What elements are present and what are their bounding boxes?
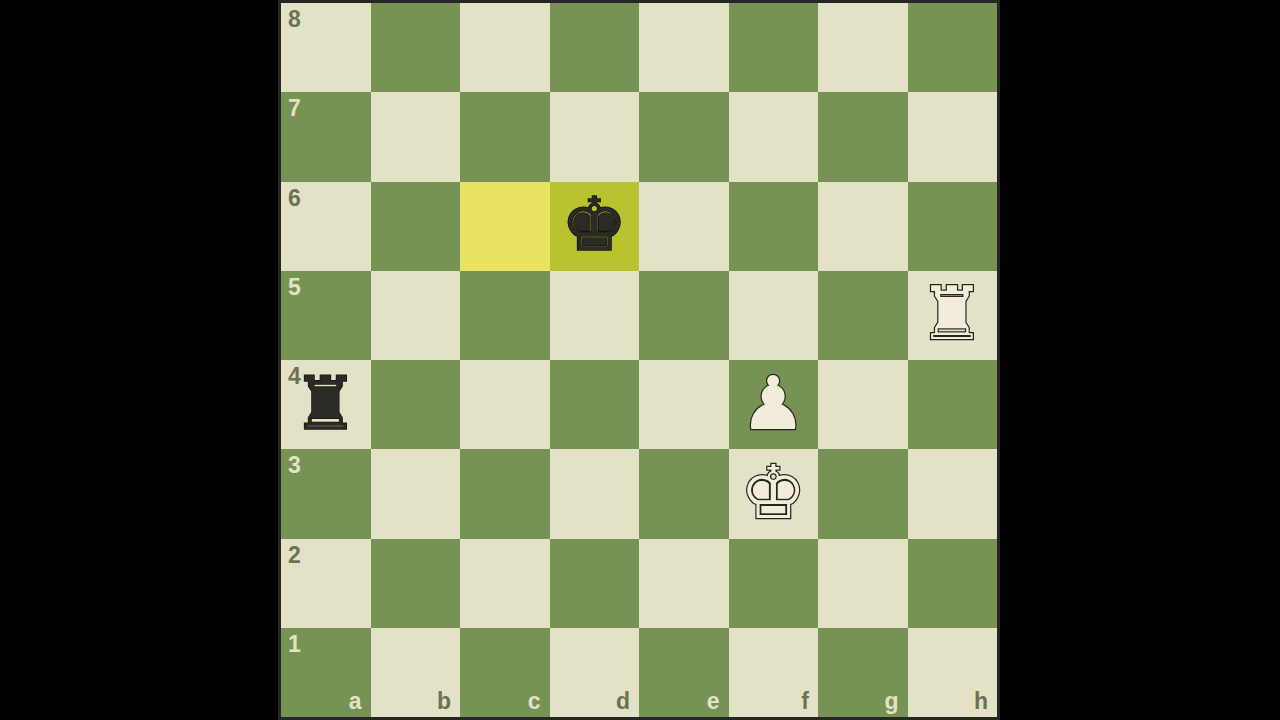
rank-label-6: 6: [288, 187, 301, 210]
square-a2[interactable]: 2: [281, 539, 371, 628]
square-c3[interactable]: [460, 449, 550, 538]
page-background: 876♚5♜4♜♟3♚21abcdefgh: [0, 0, 1280, 720]
square-a4[interactable]: 4♜: [281, 360, 371, 449]
square-f5[interactable]: [729, 271, 819, 360]
square-d5[interactable]: [550, 271, 640, 360]
square-e8[interactable]: [639, 3, 729, 92]
rank-label-2: 2: [288, 544, 301, 567]
rank-label-3: 3: [288, 454, 301, 477]
file-label-e: e: [707, 690, 720, 713]
square-d2[interactable]: [550, 539, 640, 628]
square-f2[interactable]: [729, 539, 819, 628]
square-g8[interactable]: [818, 3, 908, 92]
square-g4[interactable]: [818, 360, 908, 449]
square-h2[interactable]: [908, 539, 998, 628]
square-h7[interactable]: [908, 92, 998, 181]
rank-label-1: 1: [288, 633, 301, 656]
square-b8[interactable]: [371, 3, 461, 92]
square-e2[interactable]: [639, 539, 729, 628]
file-label-b: b: [437, 690, 451, 713]
square-h5[interactable]: ♜: [908, 271, 998, 360]
square-a5[interactable]: 5: [281, 271, 371, 360]
square-d3[interactable]: [550, 449, 640, 538]
square-g7[interactable]: [818, 92, 908, 181]
square-f8[interactable]: [729, 3, 819, 92]
square-f6[interactable]: [729, 182, 819, 271]
square-a1[interactable]: 1a: [281, 628, 371, 717]
square-a7[interactable]: 7: [281, 92, 371, 181]
chess-board: 876♚5♜4♜♟3♚21abcdefgh: [278, 0, 1000, 720]
board-grid: 876♚5♜4♜♟3♚21abcdefgh: [281, 3, 997, 717]
white-pawn-piece[interactable]: ♟: [740, 366, 806, 440]
file-label-a: a: [349, 690, 362, 713]
square-b3[interactable]: [371, 449, 461, 538]
square-h1[interactable]: h: [908, 628, 998, 717]
square-c6[interactable]: [460, 182, 550, 271]
square-h6[interactable]: [908, 182, 998, 271]
square-g1[interactable]: g: [818, 628, 908, 717]
square-c8[interactable]: [460, 3, 550, 92]
square-e1[interactable]: e: [639, 628, 729, 717]
file-label-g: g: [884, 690, 898, 713]
white-rook-piece[interactable]: ♜: [919, 276, 985, 350]
file-label-c: c: [528, 690, 541, 713]
square-b1[interactable]: b: [371, 628, 461, 717]
square-e7[interactable]: [639, 92, 729, 181]
file-label-d: d: [616, 690, 630, 713]
square-c5[interactable]: [460, 271, 550, 360]
white-king-piece[interactable]: ♚: [740, 455, 806, 529]
square-f1[interactable]: f: [729, 628, 819, 717]
square-b2[interactable]: [371, 539, 461, 628]
square-b5[interactable]: [371, 271, 461, 360]
square-g6[interactable]: [818, 182, 908, 271]
rank-label-8: 8: [288, 8, 301, 31]
square-a6[interactable]: 6: [281, 182, 371, 271]
square-f4[interactable]: ♟: [729, 360, 819, 449]
square-d8[interactable]: [550, 3, 640, 92]
rank-label-5: 5: [288, 276, 301, 299]
square-h8[interactable]: [908, 3, 998, 92]
black-king-piece[interactable]: ♚: [561, 187, 627, 261]
square-c4[interactable]: [460, 360, 550, 449]
black-rook-piece[interactable]: ♜: [293, 366, 359, 440]
square-h3[interactable]: [908, 449, 998, 538]
square-b4[interactable]: [371, 360, 461, 449]
square-c7[interactable]: [460, 92, 550, 181]
square-g2[interactable]: [818, 539, 908, 628]
square-b7[interactable]: [371, 92, 461, 181]
square-e5[interactable]: [639, 271, 729, 360]
square-f3[interactable]: ♚: [729, 449, 819, 538]
square-d4[interactable]: [550, 360, 640, 449]
square-e6[interactable]: [639, 182, 729, 271]
square-a3[interactable]: 3: [281, 449, 371, 538]
square-h4[interactable]: [908, 360, 998, 449]
file-label-f: f: [801, 690, 809, 713]
square-e4[interactable]: [639, 360, 729, 449]
square-d6[interactable]: ♚: [550, 182, 640, 271]
square-c1[interactable]: c: [460, 628, 550, 717]
square-b6[interactable]: [371, 182, 461, 271]
rank-label-7: 7: [288, 97, 301, 120]
file-label-h: h: [974, 690, 988, 713]
square-c2[interactable]: [460, 539, 550, 628]
square-g3[interactable]: [818, 449, 908, 538]
square-e3[interactable]: [639, 449, 729, 538]
square-a8[interactable]: 8: [281, 3, 371, 92]
square-g5[interactable]: [818, 271, 908, 360]
square-d1[interactable]: d: [550, 628, 640, 717]
square-d7[interactable]: [550, 92, 640, 181]
square-f7[interactable]: [729, 92, 819, 181]
